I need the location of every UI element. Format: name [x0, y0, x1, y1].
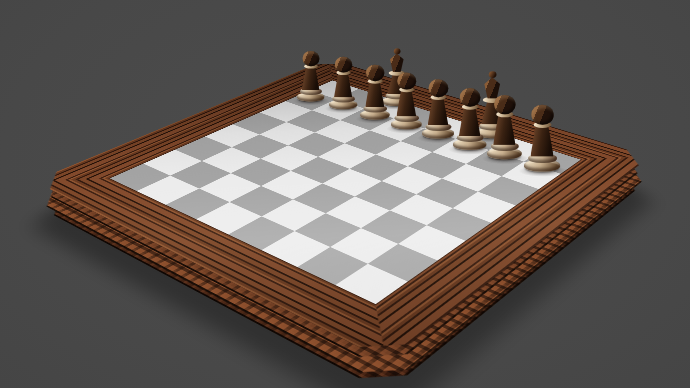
render-viewport [0, 0, 690, 388]
pawn-head [397, 72, 416, 89]
pawn-head [531, 104, 553, 124]
pawn-body [459, 107, 481, 136]
pawn-head [366, 64, 384, 81]
bishop-mitre [388, 53, 406, 72]
pawn-head [303, 51, 320, 66]
piece-pawn-h7[interactable] [524, 110, 560, 171]
piece-pawn-c7[interactable] [360, 69, 390, 119]
bishop-top-knob [488, 71, 496, 78]
pawn-body [493, 114, 515, 145]
piece-pawn-d7[interactable] [391, 77, 422, 129]
pawn-body [334, 72, 352, 97]
pawn-head [428, 80, 448, 98]
pawn-body [396, 89, 416, 116]
piece-pawn-a7[interactable] [297, 55, 324, 101]
pawn-body [302, 66, 320, 90]
piece-pawn-g7[interactable] [487, 100, 522, 159]
pawn-body [428, 98, 449, 126]
pawn-head [493, 95, 514, 114]
pawn-body [530, 124, 553, 156]
pawn-body [365, 81, 384, 107]
piece-pawn-b7[interactable] [329, 61, 357, 109]
piece-pawn-f7[interactable] [453, 93, 486, 150]
pawn-head [460, 88, 481, 107]
pawn-head [334, 57, 351, 73]
bishop-top-knob [394, 48, 401, 54]
piece-pawn-e7[interactable] [422, 84, 454, 139]
